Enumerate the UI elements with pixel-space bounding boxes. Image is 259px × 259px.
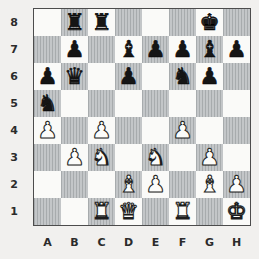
- piece-white-knight-e3: ♞: [142, 144, 169, 171]
- square-c6[interactable]: [88, 63, 115, 90]
- square-c4[interactable]: ♟: [88, 117, 115, 144]
- square-f2[interactable]: [169, 171, 196, 198]
- piece-black-knight-a5: ♞: [34, 90, 61, 117]
- square-a2[interactable]: [34, 171, 61, 198]
- square-h1[interactable]: ♚: [223, 198, 250, 225]
- square-c5[interactable]: [88, 90, 115, 117]
- square-a8[interactable]: [34, 9, 61, 36]
- square-b7[interactable]: ♟: [61, 36, 88, 63]
- file-label-c: C: [88, 233, 115, 253]
- piece-black-pawn-e7: ♟: [142, 36, 169, 63]
- square-g3[interactable]: ♟: [196, 144, 223, 171]
- file-label-e: E: [142, 233, 169, 253]
- square-c1[interactable]: ♜: [88, 198, 115, 225]
- square-c3[interactable]: ♞: [88, 144, 115, 171]
- square-h3[interactable]: [223, 144, 250, 171]
- piece-white-pawn-f4: ♟: [169, 117, 196, 144]
- square-g4[interactable]: [196, 117, 223, 144]
- piece-white-king-h1: ♚: [223, 198, 250, 225]
- square-b2[interactable]: [61, 171, 88, 198]
- piece-white-bishop-g2: ♝: [196, 171, 223, 198]
- square-c2[interactable]: [88, 171, 115, 198]
- piece-white-rook-f1: ♜: [169, 198, 196, 225]
- square-g5[interactable]: [196, 90, 223, 117]
- square-e3[interactable]: ♞: [142, 144, 169, 171]
- square-c7[interactable]: [88, 36, 115, 63]
- square-f7[interactable]: ♟: [169, 36, 196, 63]
- square-a1[interactable]: [34, 198, 61, 225]
- square-g2[interactable]: ♝: [196, 171, 223, 198]
- piece-black-pawn-f7: ♟: [169, 36, 196, 63]
- piece-black-pawn-g6: ♟: [196, 63, 223, 90]
- rank-label-4: 4: [0, 117, 28, 144]
- square-h4[interactable]: [223, 117, 250, 144]
- square-d7[interactable]: ♝: [115, 36, 142, 63]
- square-c8[interactable]: ♜: [88, 9, 115, 36]
- piece-black-knight-f6: ♞: [169, 63, 196, 90]
- square-h5[interactable]: [223, 90, 250, 117]
- rank-label-5: 5: [0, 90, 28, 117]
- rank-label-1: 1: [0, 198, 28, 225]
- piece-black-bishop-g7: ♝: [196, 36, 223, 63]
- square-b6[interactable]: ♛: [61, 63, 88, 90]
- piece-white-bishop-d2: ♝: [115, 171, 142, 198]
- chess-board: ♜♜♚♟♝♟♟♝♟♟♛♟♞♟♞♟♟♟♟♞♞♟♝♟♝♟♜♛♜♚: [33, 8, 251, 226]
- piece-black-pawn-d6: ♟: [115, 63, 142, 90]
- square-f6[interactable]: ♞: [169, 63, 196, 90]
- square-e1[interactable]: [142, 198, 169, 225]
- square-d8[interactable]: [115, 9, 142, 36]
- rank-label-2: 2: [0, 171, 28, 198]
- square-f8[interactable]: [169, 9, 196, 36]
- file-label-g: G: [196, 233, 223, 253]
- piece-black-queen-b6: ♛: [61, 63, 88, 90]
- square-b1[interactable]: [61, 198, 88, 225]
- rank-label-3: 3: [0, 144, 28, 171]
- square-b5[interactable]: [61, 90, 88, 117]
- square-f3[interactable]: [169, 144, 196, 171]
- rank-label-8: 8: [0, 9, 28, 36]
- piece-white-pawn-a4: ♟: [34, 117, 61, 144]
- square-g6[interactable]: ♟: [196, 63, 223, 90]
- square-f5[interactable]: [169, 90, 196, 117]
- piece-white-pawn-g3: ♟: [196, 144, 223, 171]
- piece-white-pawn-h2: ♟: [223, 171, 250, 198]
- square-b4[interactable]: [61, 117, 88, 144]
- square-h6[interactable]: [223, 63, 250, 90]
- piece-black-rook-b8: ♜: [61, 9, 88, 36]
- square-d5[interactable]: [115, 90, 142, 117]
- square-e5[interactable]: [142, 90, 169, 117]
- piece-white-knight-c3: ♞: [88, 144, 115, 171]
- rank-label-6: 6: [0, 63, 28, 90]
- file-label-d: D: [115, 233, 142, 253]
- square-a3[interactable]: [34, 144, 61, 171]
- piece-black-pawn-a6: ♟: [34, 63, 61, 90]
- piece-black-pawn-b7: ♟: [61, 36, 88, 63]
- piece-white-rook-c1: ♜: [88, 198, 115, 225]
- square-e4[interactable]: [142, 117, 169, 144]
- square-d3[interactable]: [115, 144, 142, 171]
- piece-black-king-g8: ♚: [196, 9, 223, 36]
- square-e2[interactable]: ♟: [142, 171, 169, 198]
- file-label-b: B: [61, 233, 88, 253]
- square-b8[interactable]: ♜: [61, 9, 88, 36]
- square-b3[interactable]: ♟: [61, 144, 88, 171]
- chess-diagram: 87654321 ♜♜♚♟♝♟♟♝♟♟♛♟♞♟♞♟♟♟♟♞♞♟♝♟♝♟♜♛♜♚ …: [0, 0, 259, 259]
- rank-label-7: 7: [0, 36, 28, 63]
- square-e7[interactable]: ♟: [142, 36, 169, 63]
- square-f1[interactable]: ♜: [169, 198, 196, 225]
- piece-white-pawn-c4: ♟: [88, 117, 115, 144]
- piece-white-pawn-b3: ♟: [61, 144, 88, 171]
- piece-white-pawn-e2: ♟: [142, 171, 169, 198]
- square-a4[interactable]: ♟: [34, 117, 61, 144]
- square-d1[interactable]: ♛: [115, 198, 142, 225]
- square-f4[interactable]: ♟: [169, 117, 196, 144]
- piece-black-pawn-h7: ♟: [223, 36, 250, 63]
- square-e6[interactable]: [142, 63, 169, 90]
- square-h2[interactable]: ♟: [223, 171, 250, 198]
- file-label-a: A: [34, 233, 61, 253]
- square-g1[interactable]: [196, 198, 223, 225]
- square-g8[interactable]: ♚: [196, 9, 223, 36]
- square-h8[interactable]: [223, 9, 250, 36]
- square-g7[interactable]: ♝: [196, 36, 223, 63]
- piece-black-bishop-d7: ♝: [115, 36, 142, 63]
- file-label-h: H: [223, 233, 250, 253]
- square-d4[interactable]: [115, 117, 142, 144]
- square-d2[interactable]: ♝: [115, 171, 142, 198]
- square-a6[interactable]: ♟: [34, 63, 61, 90]
- file-label-f: F: [169, 233, 196, 253]
- square-a7[interactable]: [34, 36, 61, 63]
- square-h7[interactable]: ♟: [223, 36, 250, 63]
- square-e8[interactable]: [142, 9, 169, 36]
- piece-white-queen-d1: ♛: [115, 198, 142, 225]
- piece-black-rook-c8: ♜: [88, 9, 115, 36]
- square-a5[interactable]: ♞: [34, 90, 61, 117]
- square-d6[interactable]: ♟: [115, 63, 142, 90]
